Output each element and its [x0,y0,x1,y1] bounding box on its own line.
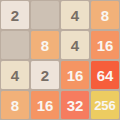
tile-16: 16 [61,61,89,89]
board-2048[interactable]: 248841642166481632256 [0,0,120,120]
tile-8: 8 [31,31,59,59]
tile-4: 4 [61,1,89,29]
tile-4: 4 [1,61,29,89]
empty-cell [31,1,59,29]
empty-cell [1,31,29,59]
tile-16: 16 [31,91,59,119]
tile-8: 8 [91,1,119,29]
tile-32: 32 [61,91,89,119]
tile-64: 64 [91,61,119,89]
tile-16: 16 [91,31,119,59]
tile-2: 2 [31,61,59,89]
tile-4: 4 [61,31,89,59]
tile-256: 256 [91,91,119,119]
tile-2: 2 [1,1,29,29]
tile-8: 8 [1,91,29,119]
